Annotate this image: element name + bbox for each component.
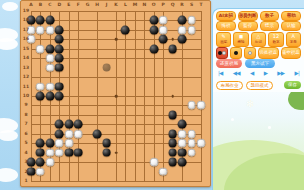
row-label: 7 bbox=[22, 122, 30, 127]
black-stone bbox=[36, 148, 45, 157]
white-stone bbox=[178, 129, 187, 138]
media-step-back-button[interactable]: ◀ bbox=[250, 69, 253, 78]
black-stone bbox=[168, 129, 177, 138]
tab-row: AI支招形势判断数子帮助 bbox=[216, 11, 301, 21]
row-label: 19 bbox=[22, 9, 30, 14]
row-label: 8 bbox=[22, 113, 30, 118]
row-label: 2 bbox=[22, 169, 30, 174]
black-stone bbox=[149, 16, 158, 25]
black-stone bbox=[55, 25, 64, 34]
row-label: 9 bbox=[22, 103, 30, 108]
white-stone bbox=[45, 148, 54, 157]
black-stone bbox=[55, 129, 64, 138]
side-panel: AI支招形势判断数子帮助 悔棋暂停提示认输 ✎画笔◼擦除△标记12数字A字母 切… bbox=[212, 8, 304, 190]
white-stone bbox=[187, 101, 196, 110]
go-board[interactable]: ABCDEFGHJKLMNOPQRST191817161514131211109… bbox=[20, 0, 211, 187]
black-stone bbox=[149, 44, 158, 53]
white-stone bbox=[197, 101, 206, 110]
star-point bbox=[115, 95, 118, 98]
stone-mode-alternate[interactable] bbox=[216, 47, 228, 59]
tree-bush bbox=[288, 92, 304, 110]
white-stone bbox=[178, 25, 187, 34]
flower-dot bbox=[268, 126, 271, 129]
black-stone bbox=[102, 148, 111, 157]
panel-action-button[interactable]: 悔棋 bbox=[216, 21, 236, 31]
row-label: 17 bbox=[22, 28, 30, 33]
column-label: T bbox=[199, 3, 202, 8]
media-play-button[interactable]: ▶ bbox=[264, 69, 267, 78]
row-label: 11 bbox=[22, 84, 30, 89]
row-label: 12 bbox=[22, 75, 30, 80]
column-label: Q bbox=[171, 3, 175, 8]
column-label: A bbox=[29, 3, 32, 8]
black-stone bbox=[159, 35, 168, 44]
white-stone bbox=[45, 82, 54, 91]
tool-icon: △ bbox=[252, 33, 265, 40]
row-label: 4 bbox=[22, 150, 30, 155]
panel-landscape: ✻ bbox=[213, 92, 304, 190]
panel-tab-button[interactable]: 形势判断 bbox=[238, 11, 258, 21]
column-label: J bbox=[106, 3, 108, 8]
tool-label: 擦除 bbox=[234, 40, 247, 44]
stone-mode-white[interactable] bbox=[244, 47, 256, 59]
row-label: 16 bbox=[22, 37, 30, 42]
white-dot-icon bbox=[248, 51, 252, 55]
row-label: 3 bbox=[22, 160, 30, 165]
column-label: L bbox=[124, 3, 127, 8]
tool-icon: 12 bbox=[269, 33, 282, 40]
black-stone bbox=[178, 35, 187, 44]
row-label: 10 bbox=[22, 94, 30, 99]
white-stone bbox=[55, 148, 64, 157]
try-row: 还原棋局 黑方试下 bbox=[216, 59, 301, 68]
board-grid[interactable] bbox=[31, 11, 202, 182]
white-stone bbox=[74, 129, 83, 138]
black-stone bbox=[36, 92, 45, 101]
white-stone bbox=[159, 167, 168, 176]
black-stone bbox=[168, 158, 177, 167]
media-first-button[interactable]: |◀ bbox=[218, 69, 222, 78]
row-label: 18 bbox=[22, 18, 30, 23]
stone-mode-black[interactable] bbox=[230, 47, 242, 59]
tool-label: 画笔 bbox=[217, 40, 230, 44]
problem-mode-button[interactable]: 题目模式 bbox=[246, 81, 273, 90]
black-stone bbox=[55, 63, 64, 72]
black-stone bbox=[45, 16, 54, 25]
black-stone bbox=[55, 44, 64, 53]
black-stone bbox=[55, 54, 64, 63]
tool-row: ✎画笔◼擦除△标记12数字A字母 bbox=[216, 32, 301, 47]
black-stone bbox=[168, 44, 177, 53]
white-stone bbox=[36, 167, 45, 176]
column-label: P bbox=[162, 3, 165, 8]
white-stone bbox=[187, 139, 196, 148]
column-label: R bbox=[180, 3, 183, 8]
black-stone bbox=[178, 148, 187, 157]
media-controls: |◀◀◀◀▶▶▶▶| bbox=[216, 69, 301, 78]
opening-homework-button[interactable]: 布局作业 bbox=[216, 81, 243, 90]
column-label: N bbox=[142, 3, 146, 8]
row-label: 6 bbox=[22, 132, 30, 137]
black-stone bbox=[93, 129, 102, 138]
tool-label: 标记 bbox=[252, 40, 265, 44]
panel-tab-button[interactable]: 数子 bbox=[260, 11, 280, 21]
white-stone bbox=[45, 158, 54, 167]
media-rewind-button[interactable]: ◀◀ bbox=[233, 69, 240, 78]
black-stone bbox=[55, 120, 64, 129]
tool-button-标记[interactable]: △标记 bbox=[251, 32, 266, 47]
cloud bbox=[2, 2, 18, 11]
tool-button-画笔[interactable]: ✎画笔 bbox=[216, 32, 231, 47]
star-point bbox=[115, 38, 118, 41]
black-trial-move-button[interactable]: 黑方试下 bbox=[245, 59, 275, 68]
row-label: 13 bbox=[22, 65, 30, 70]
black-stone bbox=[45, 92, 54, 101]
white-stone bbox=[45, 54, 54, 63]
flower-dot bbox=[231, 118, 234, 121]
black-stone bbox=[45, 44, 54, 53]
tool-button-擦除[interactable]: ◼擦除 bbox=[233, 32, 248, 47]
restore-position-button[interactable]: 还原棋局 bbox=[216, 59, 242, 68]
tool-button-数字[interactable]: 12数字 bbox=[268, 32, 283, 47]
white-stone bbox=[36, 44, 45, 53]
black-stone bbox=[102, 139, 111, 148]
white-stone bbox=[197, 139, 206, 148]
go-app-window: ABCDEFGHJKLMNOPQRST191817161514131211109… bbox=[0, 0, 304, 190]
column-label: B bbox=[39, 3, 42, 8]
white-stone bbox=[45, 63, 54, 72]
clear-board-button[interactable]: 清空棋盘 bbox=[281, 47, 302, 59]
panel-action-button[interactable]: 暂停 bbox=[238, 21, 258, 31]
black-stone bbox=[168, 148, 177, 157]
black-stone bbox=[36, 139, 45, 148]
panel-action-button[interactable]: 认输 bbox=[281, 21, 301, 31]
black-stone bbox=[55, 92, 64, 101]
action-row: 悔棋暂停提示认输 bbox=[216, 21, 301, 31]
white-stone bbox=[149, 158, 158, 167]
black-stone bbox=[168, 139, 177, 148]
white-stone bbox=[55, 139, 64, 148]
row-label: 1 bbox=[22, 179, 30, 184]
black-stone bbox=[64, 120, 73, 129]
black-stone bbox=[45, 139, 54, 148]
white-stone bbox=[159, 16, 168, 25]
white-dot-icon bbox=[222, 51, 226, 55]
star-point bbox=[171, 95, 174, 98]
tool-label: 数字 bbox=[269, 40, 282, 44]
black-stone bbox=[74, 120, 83, 129]
row-label: 15 bbox=[22, 47, 30, 52]
black-stone bbox=[55, 35, 64, 44]
panel-tab-button[interactable]: 帮助 bbox=[281, 11, 301, 21]
white-stone bbox=[159, 25, 168, 34]
column-label: S bbox=[190, 3, 193, 8]
column-label: E bbox=[67, 3, 70, 8]
tool-icon: A bbox=[287, 33, 300, 40]
black-stone bbox=[178, 16, 187, 25]
save-button[interactable]: 保存 bbox=[284, 81, 301, 89]
panel-tab-button[interactable]: AI支招 bbox=[216, 11, 236, 21]
white-stone bbox=[64, 139, 73, 148]
column-label: O bbox=[152, 3, 156, 8]
column-label: M bbox=[133, 3, 137, 8]
column-label: G bbox=[86, 3, 90, 8]
black-stone bbox=[178, 120, 187, 129]
white-stone bbox=[178, 139, 187, 148]
media-last-button[interactable]: ▶| bbox=[295, 69, 299, 78]
column-label: H bbox=[95, 3, 99, 8]
black-stone bbox=[121, 25, 130, 34]
white-stone bbox=[187, 16, 196, 25]
white-stone bbox=[36, 82, 45, 91]
white-stone bbox=[64, 129, 73, 138]
white-stone bbox=[187, 129, 196, 138]
star-point bbox=[171, 38, 174, 41]
column-label: C bbox=[48, 3, 51, 8]
flower-icon: ✻ bbox=[246, 100, 254, 109]
star-point bbox=[115, 151, 118, 154]
tool-icon: ✎ bbox=[217, 33, 230, 40]
black-stone bbox=[55, 82, 64, 91]
ghost-stone bbox=[102, 63, 111, 72]
column-label: D bbox=[57, 3, 61, 8]
black-stone bbox=[64, 148, 73, 157]
stone-mode-row: 切换棋盘清空棋盘 bbox=[216, 47, 301, 59]
row-label: 14 bbox=[22, 56, 30, 61]
black-dot-icon bbox=[234, 51, 238, 55]
white-stone bbox=[187, 148, 196, 157]
black-stone bbox=[168, 110, 177, 119]
black-stone bbox=[36, 158, 45, 167]
black-stone bbox=[74, 148, 83, 157]
white-stone bbox=[187, 25, 196, 34]
black-stone bbox=[36, 16, 45, 25]
black-stone bbox=[178, 158, 187, 167]
white-stone bbox=[45, 25, 54, 34]
switch-board-button[interactable]: 切换棋盘 bbox=[258, 47, 279, 59]
tool-icon: ◼ bbox=[234, 33, 247, 40]
column-label: K bbox=[114, 3, 118, 8]
media-forward-button[interactable]: ▶▶ bbox=[277, 69, 284, 78]
tool-button-字母[interactable]: A字母 bbox=[286, 32, 301, 47]
column-label: F bbox=[77, 3, 80, 8]
row-label: 5 bbox=[22, 141, 30, 146]
bottom-pill-row: 布局作业 题目模式 保存 bbox=[216, 81, 301, 90]
black-stone bbox=[149, 25, 158, 34]
panel-action-button[interactable]: 提示 bbox=[260, 21, 280, 31]
white-stone bbox=[36, 25, 45, 34]
tool-label: 字母 bbox=[287, 40, 300, 44]
